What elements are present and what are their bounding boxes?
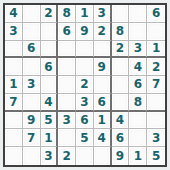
given-digit: 4	[134, 61, 142, 73]
given-digit: 2	[98, 25, 106, 37]
cell-r2c6[interactable]: 2	[94, 23, 112, 41]
given-digit: 6	[63, 25, 71, 37]
given-digit: 6	[134, 78, 142, 90]
given-digit: 7	[27, 132, 35, 144]
cell-r2c1[interactable]: 3	[5, 23, 23, 41]
cell-r9c8[interactable]: 1	[129, 147, 147, 165]
cell-r4c8[interactable]: 4	[129, 58, 147, 76]
given-digit: 9	[27, 114, 35, 126]
cell-r5c7[interactable]	[112, 76, 130, 94]
given-digit: 5	[152, 150, 160, 162]
cell-r1c9[interactable]: 6	[147, 5, 165, 23]
cell-r6c3[interactable]: 4	[41, 94, 59, 112]
cell-r3c3[interactable]	[41, 41, 59, 59]
cell-r2c8[interactable]	[129, 23, 147, 41]
cell-r4c6[interactable]: 9	[94, 58, 112, 76]
cell-r3c4[interactable]	[58, 41, 76, 59]
cell-r7c4[interactable]: 3	[58, 112, 76, 130]
cell-r5c2[interactable]: 3	[23, 76, 41, 94]
cell-r4c4[interactable]	[58, 58, 76, 76]
cell-r5c5[interactable]: 2	[76, 76, 94, 94]
given-digit: 3	[63, 114, 71, 126]
cell-r5c4[interactable]	[58, 76, 76, 94]
cell-r8c4[interactable]	[58, 129, 76, 147]
given-digit: 1	[44, 132, 52, 144]
cell-r9c7[interactable]: 9	[112, 147, 130, 165]
given-digit: 8	[116, 25, 124, 37]
cell-r3c2[interactable]: 6	[23, 41, 41, 59]
given-digit: 3	[44, 150, 52, 162]
cell-r6c7[interactable]	[112, 94, 130, 112]
given-digit: 4	[116, 114, 124, 126]
cell-r3c7[interactable]: 2	[112, 41, 130, 59]
cell-r4c5[interactable]	[76, 58, 94, 76]
given-digit: 7	[152, 78, 160, 90]
cell-r7c8[interactable]	[129, 112, 147, 130]
given-digit: 3	[152, 132, 160, 144]
given-digit: 9	[98, 61, 106, 73]
cell-r8c6[interactable]: 4	[94, 129, 112, 147]
cell-r9c9[interactable]: 5	[147, 147, 165, 165]
cell-r5c1[interactable]: 1	[5, 76, 23, 94]
cell-r9c4[interactable]: 2	[58, 147, 76, 165]
cell-r4c1[interactable]	[5, 58, 23, 76]
cell-r8c2[interactable]: 7	[23, 129, 41, 147]
given-digit: 6	[152, 7, 160, 19]
cell-r1c6[interactable]: 3	[94, 5, 112, 23]
given-digit: 1	[98, 114, 106, 126]
cell-r4c3[interactable]: 6	[41, 58, 59, 76]
given-digit: 8	[63, 7, 71, 19]
cell-r1c1[interactable]: 4	[5, 5, 23, 23]
given-digit: 2	[152, 61, 160, 73]
given-digit: 6	[44, 61, 52, 73]
cell-r1c5[interactable]: 1	[76, 5, 94, 23]
given-digit: 5	[80, 132, 88, 144]
cell-r2c2[interactable]	[23, 23, 41, 41]
cell-r9c1[interactable]	[5, 147, 23, 165]
given-digit: 2	[44, 7, 52, 19]
cell-r2c5[interactable]: 9	[76, 23, 94, 41]
given-digit: 1	[80, 7, 88, 19]
given-digit: 2	[80, 78, 88, 90]
sudoku-board: 4281363692862316942132677436895361471546…	[3, 3, 167, 167]
given-digit: 1	[152, 42, 160, 54]
cell-r6c6[interactable]: 6	[94, 94, 112, 112]
given-digit: 2	[116, 42, 124, 54]
cell-r1c3[interactable]: 2	[41, 5, 59, 23]
cell-r5c8[interactable]: 6	[129, 76, 147, 94]
given-digit: 3	[9, 25, 17, 37]
cell-r6c5[interactable]: 3	[76, 94, 94, 112]
cell-r5c6[interactable]	[94, 76, 112, 94]
cell-r6c9[interactable]	[147, 94, 165, 112]
cell-r7c7[interactable]: 4	[112, 112, 130, 130]
given-digit: 6	[80, 114, 88, 126]
cell-r8c9[interactable]: 3	[147, 129, 165, 147]
cell-r9c3[interactable]: 3	[41, 147, 59, 165]
cell-r3c1[interactable]	[5, 41, 23, 59]
given-digit: 6	[116, 132, 124, 144]
cell-r8c8[interactable]	[129, 129, 147, 147]
cell-r1c4[interactable]: 8	[58, 5, 76, 23]
given-digit: 1	[134, 150, 142, 162]
given-digit: 4	[98, 132, 106, 144]
given-digit: 3	[98, 7, 106, 19]
given-digit: 7	[9, 96, 17, 108]
cell-r1c2[interactable]	[23, 5, 41, 23]
cell-r7c6[interactable]: 1	[94, 112, 112, 130]
cell-r9c6[interactable]	[94, 147, 112, 165]
cell-r2c9[interactable]	[147, 23, 165, 41]
given-digit: 9	[80, 25, 88, 37]
cell-r6c8[interactable]: 8	[129, 94, 147, 112]
given-digit: 1	[9, 78, 17, 90]
cell-r4c2[interactable]	[23, 58, 41, 76]
cell-r9c2[interactable]	[23, 147, 41, 165]
cell-r8c3[interactable]: 1	[41, 129, 59, 147]
cell-r3c8[interactable]: 3	[129, 41, 147, 59]
given-digit: 6	[27, 42, 35, 54]
cell-r8c5[interactable]: 5	[76, 129, 94, 147]
given-digit: 3	[134, 42, 142, 54]
cell-r7c9[interactable]	[147, 112, 165, 130]
cell-r7c3[interactable]: 5	[41, 112, 59, 130]
cell-r3c5[interactable]	[76, 41, 94, 59]
given-digit: 9	[116, 150, 124, 162]
cell-r6c4[interactable]	[58, 94, 76, 112]
given-digit: 5	[44, 114, 52, 126]
cell-r7c2[interactable]: 9	[23, 112, 41, 130]
cell-r4c7[interactable]	[112, 58, 130, 76]
given-digit: 3	[27, 78, 35, 90]
cell-r5c3[interactable]	[41, 76, 59, 94]
cell-r3c9[interactable]: 1	[147, 41, 165, 59]
cell-r8c1[interactable]	[5, 129, 23, 147]
cell-r2c4[interactable]: 6	[58, 23, 76, 41]
cell-r7c5[interactable]: 6	[76, 112, 94, 130]
cell-r1c8[interactable]	[129, 5, 147, 23]
cell-r7c1[interactable]	[5, 112, 23, 130]
cell-r6c1[interactable]: 7	[5, 94, 23, 112]
cell-r8c7[interactable]: 6	[112, 129, 130, 147]
given-digit: 4	[44, 96, 52, 108]
given-digit: 4	[9, 7, 17, 19]
cell-r2c7[interactable]: 8	[112, 23, 130, 41]
given-digit: 3	[80, 96, 88, 108]
cell-r2c3[interactable]	[41, 23, 59, 41]
cell-r4c9[interactable]: 2	[147, 58, 165, 76]
given-digit: 2	[63, 150, 71, 162]
cell-r6c2[interactable]	[23, 94, 41, 112]
cell-r5c9[interactable]: 7	[147, 76, 165, 94]
given-digit: 8	[134, 96, 142, 108]
cell-r3c6[interactable]	[94, 41, 112, 59]
cell-r9c5[interactable]	[76, 147, 94, 165]
given-digit: 6	[98, 96, 106, 108]
cell-r1c7[interactable]	[112, 5, 130, 23]
